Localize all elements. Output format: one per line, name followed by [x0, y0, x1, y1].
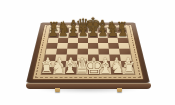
black-pawn-h7[interactable]: ♟	[117, 27, 128, 38]
white-rook-h1[interactable]: ♜	[122, 61, 137, 76]
pieces-layer: ♜♞♝♛♚♝♞♜♟♟♟♟♟♟♟♟♟♟♟♟♟♟♟♟♜♞♝♛♚♝♞♜	[0, 0, 175, 105]
stage: ♜♞♝♛♚♝♞♜♟♟♟♟♟♟♟♟♟♟♟♟♟♟♟♟♜♞♝♛♚♝♞♜	[0, 0, 175, 105]
